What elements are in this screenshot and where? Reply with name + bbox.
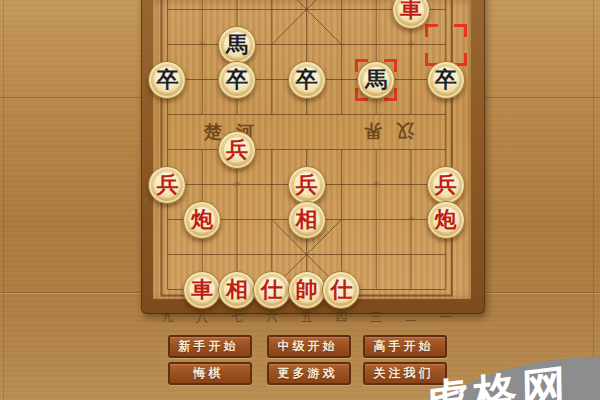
piece-red-兵[interactable]: 兵 — [148, 166, 186, 204]
button-intermediate-start[interactable]: 中级开始 — [267, 335, 351, 358]
file-label-3: 三 — [364, 309, 388, 326]
xiangqi-board[interactable]: ✳✳✳✳✳✳✳✳✳✳✳✳✳✳車馬卒卒卒馬卒兵兵兵兵炮相炮車相仕帥仕 — [150, 0, 463, 307]
file-label-5: 五 — [295, 309, 319, 326]
piece-red-仕[interactable]: 仕 — [253, 271, 291, 309]
piece-red-車[interactable]: 車 — [183, 271, 221, 309]
marker-corner — [425, 24, 438, 37]
piece-red-炮[interactable]: 炮 — [427, 201, 465, 239]
button-undo-move[interactable]: 悔棋 — [168, 362, 252, 385]
button-expert-start[interactable]: 高手开始 — [363, 335, 447, 358]
piece-red-炮[interactable]: 炮 — [183, 201, 221, 239]
position-star-icon: ✳ — [233, 180, 241, 189]
piece-black-馬[interactable]: 馬 — [218, 26, 256, 64]
button-more-games[interactable]: 更多游戏 — [267, 362, 351, 385]
piece-red-帥[interactable]: 帥 — [288, 271, 326, 309]
piece-black-馬[interactable]: 馬 — [357, 61, 395, 99]
piece-black-卒[interactable]: 卒 — [148, 61, 186, 99]
piece-black-卒[interactable]: 卒 — [288, 61, 326, 99]
xiangqi-game-screen: 楚河 汉界 ✳✳✳✳✳✳✳✳✳✳✳✳✳✳車馬卒卒卒馬卒兵兵兵兵炮相炮車相仕帥仕 … — [0, 0, 600, 400]
piece-red-仕[interactable]: 仕 — [322, 271, 360, 309]
file-label-1: 一 — [434, 309, 458, 326]
position-star-icon: ✳ — [407, 40, 415, 49]
background-plank-seam — [3, 0, 4, 400]
file-label-2: 二 — [399, 309, 423, 326]
file-label-8: 八 — [190, 309, 214, 326]
piece-black-卒[interactable]: 卒 — [427, 61, 465, 99]
piece-red-兵[interactable]: 兵 — [218, 131, 256, 169]
piece-black-卒[interactable]: 卒 — [218, 61, 256, 99]
position-star-icon: ✳ — [407, 215, 415, 224]
piece-red-相[interactable]: 相 — [288, 201, 326, 239]
background-plank-seam — [593, 0, 594, 400]
file-label-9: 九 — [155, 309, 179, 326]
position-star-icon: ✳ — [198, 40, 206, 49]
file-label-6: 六 — [260, 309, 284, 326]
file-label-7: 七 — [225, 309, 249, 326]
file-label-4: 四 — [329, 309, 353, 326]
marker-corner — [454, 24, 467, 37]
piece-red-兵[interactable]: 兵 — [288, 166, 326, 204]
last-move-from-marker — [425, 24, 467, 66]
piece-red-相[interactable]: 相 — [218, 271, 256, 309]
button-beginner-start[interactable]: 新手开始 — [168, 335, 252, 358]
piece-red-兵[interactable]: 兵 — [427, 166, 465, 204]
position-star-icon: ✳ — [372, 180, 380, 189]
